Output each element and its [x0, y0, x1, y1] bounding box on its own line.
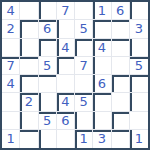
cell-r5c1[interactable]: 4: [2, 75, 20, 93]
cell-r7c1[interactable]: [2, 112, 20, 130]
cell-r6c4[interactable]: 4: [57, 93, 75, 111]
cell-r4c7[interactable]: [112, 57, 130, 75]
cell-r8c1[interactable]: 1: [2, 130, 20, 148]
cell-r1c7[interactable]: 6: [112, 2, 130, 20]
cell-r1c4[interactable]: 7: [57, 2, 75, 20]
cell-r2c3[interactable]: 6: [39, 20, 57, 38]
cell-r5c5[interactable]: [75, 75, 93, 93]
cell-r1c8[interactable]: [130, 2, 148, 20]
cell-r2c2[interactable]: [20, 20, 38, 38]
cell-r3c3[interactable]: [39, 39, 57, 57]
cell-r3c8[interactable]: [130, 39, 148, 57]
cell-r8c6[interactable]: 3: [93, 130, 111, 148]
cell-r5c6[interactable]: 6: [93, 75, 111, 93]
cell-r7c5[interactable]: [75, 112, 93, 130]
cell-r3c4[interactable]: 4: [57, 39, 75, 57]
cell-r5c2[interactable]: [20, 75, 38, 93]
cell-r2c8[interactable]: 3: [130, 20, 148, 38]
cell-r6c3[interactable]: [39, 93, 57, 111]
cell-r5c3[interactable]: [39, 75, 57, 93]
cell-r3c2[interactable]: [20, 39, 38, 57]
cell-r3c5[interactable]: [75, 39, 93, 57]
cell-r1c1[interactable]: 4: [2, 2, 20, 20]
cell-r6c7[interactable]: [112, 93, 130, 111]
cell-r5c4[interactable]: [57, 75, 75, 93]
cell-r4c6[interactable]: [93, 57, 111, 75]
cell-r7c7[interactable]: [112, 112, 130, 130]
cell-r8c4[interactable]: [57, 130, 75, 148]
cell-r2c1[interactable]: 2: [2, 20, 20, 38]
cell-r5c8[interactable]: [130, 75, 148, 93]
cell-r2c7[interactable]: [112, 20, 130, 38]
cell-r2c6[interactable]: [93, 20, 111, 38]
cell-r4c1[interactable]: 7: [2, 57, 20, 75]
cell-r7c8[interactable]: [130, 112, 148, 130]
cell-r5c7[interactable]: [112, 75, 130, 93]
cell-r4c8[interactable]: 5: [130, 57, 148, 75]
cell-r1c5[interactable]: [75, 2, 93, 20]
cell-r4c4[interactable]: [57, 57, 75, 75]
cell-r6c6[interactable]: [93, 93, 111, 111]
cell-r3c6[interactable]: 4: [93, 39, 111, 57]
cell-r6c2[interactable]: 2: [20, 93, 38, 111]
cell-r6c8[interactable]: [130, 93, 148, 111]
cell-r6c1[interactable]: [2, 93, 20, 111]
cell-r7c6[interactable]: [93, 112, 111, 130]
cell-r1c6[interactable]: 1: [93, 2, 111, 20]
cell-r2c5[interactable]: 5: [75, 20, 93, 38]
cell-r8c8[interactable]: 1: [130, 130, 148, 148]
cell-r1c2[interactable]: [20, 2, 38, 20]
cell-r6c5[interactable]: 5: [75, 93, 93, 111]
cell-r2c4[interactable]: [57, 20, 75, 38]
cell-r3c7[interactable]: [112, 39, 130, 57]
cell-r8c3[interactable]: [39, 130, 57, 148]
cell-r8c7[interactable]: [112, 130, 130, 148]
cell-r7c2[interactable]: [20, 112, 38, 130]
cell-r4c3[interactable]: 5: [39, 57, 57, 75]
cell-r1c3[interactable]: [39, 2, 57, 20]
cell-r7c3[interactable]: 5: [39, 112, 57, 130]
cell-r7c4[interactable]: 6: [57, 112, 75, 130]
cell-r3c1[interactable]: [2, 39, 20, 57]
cell-r8c2[interactable]: [20, 130, 38, 148]
puzzle-board: 4716265344757546245561131: [0, 0, 150, 150]
cell-r4c2[interactable]: [20, 57, 38, 75]
cell-r4c5[interactable]: 7: [75, 57, 93, 75]
cell-r8c5[interactable]: 1: [75, 130, 93, 148]
